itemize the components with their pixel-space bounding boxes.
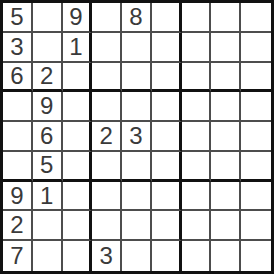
sudoku-cell-r9c3[interactable] bbox=[63, 241, 93, 271]
sudoku-cell-r9c8[interactable] bbox=[211, 241, 241, 271]
sudoku-cell-r7c2: 1 bbox=[33, 182, 63, 212]
sudoku-cell-r2c9[interactable] bbox=[241, 33, 271, 63]
sudoku-cell-r5c2: 6 bbox=[33, 122, 63, 152]
sudoku-cell-r6c6[interactable] bbox=[152, 152, 182, 182]
sudoku-cell-r8c1: 2 bbox=[3, 211, 33, 241]
sudoku-cell-r1c8[interactable] bbox=[211, 3, 241, 33]
sudoku-cell-r3c4[interactable] bbox=[92, 63, 122, 93]
sudoku-cell-r7c9[interactable] bbox=[241, 182, 271, 212]
sudoku-cell-r7c8[interactable] bbox=[211, 182, 241, 212]
sudoku-cell-r4c1[interactable] bbox=[3, 92, 33, 122]
sudoku-cell-r6c1[interactable] bbox=[3, 152, 33, 182]
sudoku-cell-r3c7[interactable] bbox=[182, 63, 212, 93]
sudoku-cell-r8c2[interactable] bbox=[33, 211, 63, 241]
sudoku-cell-r2c3: 1 bbox=[63, 33, 93, 63]
sudoku-cell-r1c3: 9 bbox=[63, 3, 93, 33]
sudoku-cell-r8c7[interactable] bbox=[182, 211, 212, 241]
sudoku-cell-r9c6[interactable] bbox=[152, 241, 182, 271]
sudoku-cell-r5c7[interactable] bbox=[182, 122, 212, 152]
sudoku-cell-r6c2: 5 bbox=[33, 152, 63, 182]
sudoku-cell-r4c2: 9 bbox=[33, 92, 63, 122]
sudoku-cell-r2c4[interactable] bbox=[92, 33, 122, 63]
sudoku-cell-r4c7[interactable] bbox=[182, 92, 212, 122]
sudoku-cell-r1c2[interactable] bbox=[33, 3, 63, 33]
sudoku-cell-r3c8[interactable] bbox=[211, 63, 241, 93]
sudoku-cell-r2c2[interactable] bbox=[33, 33, 63, 63]
sudoku-cell-r7c4[interactable] bbox=[92, 182, 122, 212]
sudoku-cell-r7c3[interactable] bbox=[63, 182, 93, 212]
sudoku-cell-r3c3[interactable] bbox=[63, 63, 93, 93]
sudoku-cell-r2c8[interactable] bbox=[211, 33, 241, 63]
sudoku-cell-r4c8[interactable] bbox=[211, 92, 241, 122]
sudoku-cell-r6c8[interactable] bbox=[211, 152, 241, 182]
sudoku-cell-r6c3[interactable] bbox=[63, 152, 93, 182]
sudoku-cell-r1c5: 8 bbox=[122, 3, 152, 33]
sudoku-cell-r4c6[interactable] bbox=[152, 92, 182, 122]
sudoku-cell-r8c5[interactable] bbox=[122, 211, 152, 241]
sudoku-cell-r4c3[interactable] bbox=[63, 92, 93, 122]
sudoku-cell-r9c5[interactable] bbox=[122, 241, 152, 271]
sudoku-cell-r5c1[interactable] bbox=[3, 122, 33, 152]
sudoku-cell-r9c7[interactable] bbox=[182, 241, 212, 271]
sudoku-cell-r3c2: 2 bbox=[33, 63, 63, 93]
sudoku-cell-r9c2[interactable] bbox=[33, 241, 63, 271]
sudoku-cell-r5c5: 3 bbox=[122, 122, 152, 152]
sudoku-cell-r6c5[interactable] bbox=[122, 152, 152, 182]
sudoku-cell-r5c4: 2 bbox=[92, 122, 122, 152]
sudoku-cell-r5c6[interactable] bbox=[152, 122, 182, 152]
sudoku-cell-r1c6[interactable] bbox=[152, 3, 182, 33]
sudoku-cell-r9c9[interactable] bbox=[241, 241, 271, 271]
sudoku-cell-r1c4[interactable] bbox=[92, 3, 122, 33]
sudoku-board: 59831629623591273 bbox=[0, 0, 274, 274]
sudoku-cell-r3c5[interactable] bbox=[122, 63, 152, 93]
sudoku-cell-r3c9[interactable] bbox=[241, 63, 271, 93]
sudoku-cell-r6c7[interactable] bbox=[182, 152, 212, 182]
sudoku-cell-r7c6[interactable] bbox=[152, 182, 182, 212]
sudoku-cell-r2c7[interactable] bbox=[182, 33, 212, 63]
sudoku-cell-r4c9[interactable] bbox=[241, 92, 271, 122]
sudoku-cell-r8c8[interactable] bbox=[211, 211, 241, 241]
sudoku-cell-r1c1: 5 bbox=[3, 3, 33, 33]
sudoku-cell-r4c5[interactable] bbox=[122, 92, 152, 122]
sudoku-cell-r5c9[interactable] bbox=[241, 122, 271, 152]
sudoku-cell-r8c9[interactable] bbox=[241, 211, 271, 241]
sudoku-cell-r5c3[interactable] bbox=[63, 122, 93, 152]
sudoku-cell-r8c3[interactable] bbox=[63, 211, 93, 241]
sudoku-cell-r2c6[interactable] bbox=[152, 33, 182, 63]
sudoku-cell-r9c1: 7 bbox=[3, 241, 33, 271]
sudoku-cell-r3c1: 6 bbox=[3, 63, 33, 93]
sudoku-cell-r3c6[interactable] bbox=[152, 63, 182, 93]
sudoku-cell-r6c4[interactable] bbox=[92, 152, 122, 182]
sudoku-cell-r5c8[interactable] bbox=[211, 122, 241, 152]
sudoku-cell-r9c4: 3 bbox=[92, 241, 122, 271]
sudoku-cell-r7c7[interactable] bbox=[182, 182, 212, 212]
sudoku-cell-r2c1: 3 bbox=[3, 33, 33, 63]
sudoku-cell-r8c6[interactable] bbox=[152, 211, 182, 241]
sudoku-cell-r6c9[interactable] bbox=[241, 152, 271, 182]
sudoku-cell-r7c1: 9 bbox=[3, 182, 33, 212]
sudoku-cell-r7c5[interactable] bbox=[122, 182, 152, 212]
sudoku-cell-r1c7[interactable] bbox=[182, 3, 212, 33]
sudoku-cell-r2c5[interactable] bbox=[122, 33, 152, 63]
sudoku-cell-r4c4[interactable] bbox=[92, 92, 122, 122]
sudoku-cell-r8c4[interactable] bbox=[92, 211, 122, 241]
sudoku-cell-r1c9[interactable] bbox=[241, 3, 271, 33]
